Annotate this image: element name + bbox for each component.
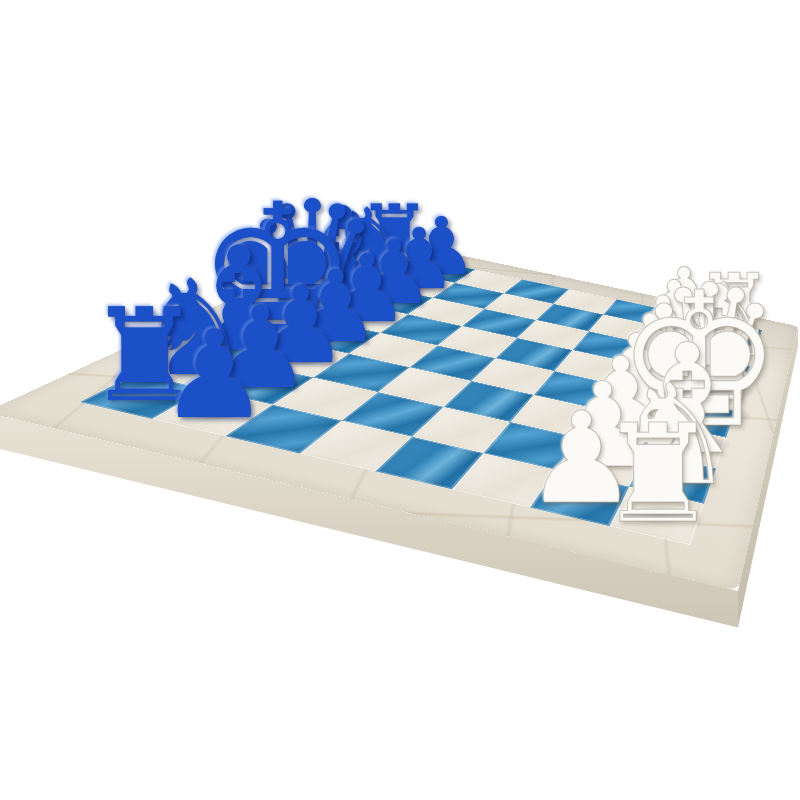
chess-set-photo: ♜♞♝♛♚♝♞♜♟♟♟♟♟♟♟♟♟♟♟♟♟♟♟♟♜♞♝♛♚♝♞♜ bbox=[0, 0, 800, 800]
